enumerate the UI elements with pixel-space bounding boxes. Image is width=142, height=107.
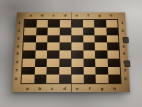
board-square[interactable] (35, 58, 47, 66)
rank-label: 2 (119, 27, 126, 35)
board-square[interactable] (71, 35, 83, 43)
board-square[interactable] (71, 27, 83, 35)
rank-label: 4 (120, 43, 127, 51)
photo-background: abcdefgh abcdefgh 12345678 12345678 (0, 0, 142, 107)
rank-label: 8 (122, 75, 129, 83)
board-square[interactable] (35, 50, 47, 58)
board-square[interactable] (106, 35, 118, 43)
board-square[interactable] (24, 20, 36, 27)
board-square[interactable] (107, 50, 119, 58)
board-square[interactable] (108, 75, 121, 83)
board-square[interactable] (22, 67, 35, 75)
rank-label: 2 (16, 27, 23, 35)
file-label: d (59, 12, 71, 18)
board-square[interactable] (47, 35, 59, 43)
chess-board: abcdefgh abcdefgh 12345678 12345678 (12, 12, 130, 92)
board-square[interactable] (95, 58, 107, 66)
board-square[interactable] (59, 35, 71, 43)
board-square[interactable] (95, 50, 107, 58)
rank-label: 4 (15, 43, 22, 51)
hinge-bottom-icon (124, 61, 130, 68)
board-square[interactable] (59, 20, 71, 27)
file-label: c (48, 12, 60, 18)
board-square[interactable] (106, 27, 118, 35)
rank-label: 1 (119, 20, 126, 27)
board-square[interactable] (71, 20, 83, 27)
file-label: e (71, 85, 84, 92)
board-square[interactable] (24, 35, 36, 43)
board-square[interactable] (47, 50, 59, 58)
board-square[interactable] (106, 20, 118, 27)
hinge-top-icon (123, 37, 129, 43)
board-square[interactable] (34, 75, 47, 83)
file-label: g (94, 12, 106, 18)
board-square[interactable] (83, 27, 95, 35)
board-square[interactable] (71, 75, 83, 83)
board-square[interactable] (35, 35, 47, 43)
board-square[interactable] (46, 75, 58, 83)
board-square[interactable] (34, 67, 46, 75)
board-square[interactable] (36, 27, 48, 35)
board-square[interactable] (71, 50, 83, 58)
file-label: d (59, 85, 72, 92)
board-square[interactable] (59, 67, 71, 75)
rank-label: 8 (13, 75, 20, 83)
file-label: c (46, 85, 59, 92)
board-square[interactable] (23, 43, 35, 51)
fold-seam (71, 12, 72, 92)
file-label: f (83, 85, 96, 92)
file-label: f (82, 12, 94, 18)
rank-label: 5 (121, 50, 128, 58)
board-square[interactable] (48, 27, 60, 35)
board-square[interactable] (47, 58, 59, 66)
rank-label: 1 (16, 20, 23, 27)
board-square[interactable] (71, 43, 83, 51)
board-square[interactable] (46, 67, 58, 75)
board-square[interactable] (95, 43, 107, 51)
board-square[interactable] (107, 58, 119, 66)
board-square[interactable] (83, 20, 95, 27)
board-square[interactable] (59, 75, 71, 83)
board-square[interactable] (94, 20, 106, 27)
board-square[interactable] (83, 35, 95, 43)
board-square[interactable] (83, 67, 95, 75)
board-square[interactable] (23, 50, 35, 58)
board-square[interactable] (59, 27, 71, 35)
file-label: g (96, 85, 109, 92)
board-square[interactable] (59, 58, 71, 66)
board-square[interactable] (83, 50, 95, 58)
board-square[interactable] (83, 75, 95, 83)
board-square[interactable] (107, 67, 120, 75)
board-square[interactable] (83, 58, 95, 66)
file-label: a (21, 85, 34, 92)
board-square[interactable] (94, 27, 106, 35)
rank-label: 5 (14, 50, 21, 58)
board-square[interactable] (36, 20, 48, 27)
rank-label: 7 (122, 67, 129, 75)
file-label: e (71, 12, 83, 18)
board-square[interactable] (35, 43, 47, 51)
file-label: h (108, 85, 121, 92)
board-square[interactable] (21, 75, 34, 83)
board-square[interactable] (94, 35, 106, 43)
board-square[interactable] (96, 75, 109, 83)
file-label: h (105, 12, 117, 18)
board-square[interactable] (71, 58, 83, 66)
board-square[interactable] (59, 43, 71, 51)
file-label: b (36, 12, 48, 18)
file-label: a (25, 12, 37, 18)
board-square[interactable] (95, 67, 107, 75)
board-square[interactable] (83, 43, 95, 51)
board-square[interactable] (47, 43, 59, 51)
board-square[interactable] (107, 43, 119, 51)
board-square[interactable] (48, 20, 60, 27)
file-label: b (34, 85, 47, 92)
board-square[interactable] (59, 50, 71, 58)
rank-label: 6 (14, 58, 21, 66)
board-square[interactable] (24, 27, 36, 35)
board-square[interactable] (22, 58, 34, 66)
rank-label: 3 (15, 35, 22, 43)
rank-label: 7 (13, 67, 20, 75)
board-square[interactable] (71, 67, 83, 75)
